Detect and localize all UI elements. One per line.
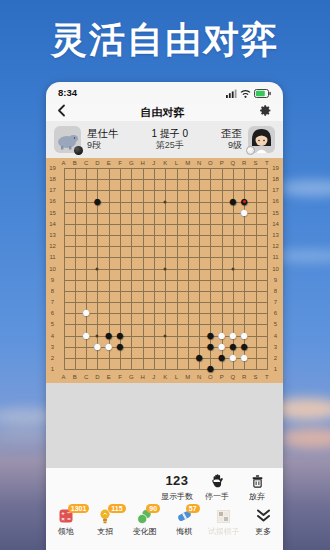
stone-white-R15: ● bbox=[239, 207, 250, 218]
coord-label: 9 bbox=[47, 274, 58, 285]
controls-row-2: +−×= 1301 领地 115 支招 90 变化图 bbox=[46, 506, 283, 550]
stone-black-O3: ● bbox=[205, 341, 216, 352]
hint-button[interactable]: 115 支招 bbox=[86, 508, 126, 537]
gear-icon[interactable] bbox=[259, 103, 272, 121]
black-player-avatar[interactable] bbox=[54, 126, 81, 153]
page-title: 自由对弈 bbox=[141, 105, 185, 120]
white-player-rank: 9级 bbox=[228, 140, 242, 151]
undo-badge: 57 bbox=[186, 504, 200, 513]
stone-black-D16: ● bbox=[92, 196, 103, 207]
territory-button[interactable]: +−×= 1301 领地 bbox=[46, 508, 86, 537]
stone-black-O1: ● bbox=[205, 363, 216, 374]
coord-label: 10 bbox=[47, 263, 58, 274]
back-button[interactable] bbox=[57, 103, 66, 121]
players-bar: 星仕牛 9段 1 提子 0 第25手 歪歪 9级 bbox=[46, 121, 283, 158]
coord-label: 13 bbox=[47, 229, 58, 240]
white-player-avatar[interactable] bbox=[248, 126, 275, 153]
black-player-rank: 9段 bbox=[87, 140, 119, 151]
trial-stones-button: 试摆棋子 bbox=[204, 508, 244, 537]
hint-badge: 115 bbox=[108, 504, 125, 513]
show-move-numbers-button[interactable]: 123 显示手数 bbox=[157, 473, 197, 502]
stone-white-C6: ● bbox=[80, 307, 91, 318]
pass-button[interactable]: 停一手 bbox=[197, 473, 237, 502]
coord-label: 1 bbox=[47, 363, 58, 374]
coord-label: 7 bbox=[47, 296, 58, 307]
more-button[interactable]: 更多 bbox=[244, 508, 284, 537]
coord-label: 4 bbox=[47, 330, 58, 341]
last-move-marker bbox=[243, 200, 246, 203]
stone-white-P3: ● bbox=[216, 341, 227, 352]
variation-badge: 90 bbox=[146, 504, 160, 513]
resign-button[interactable]: 放弃 bbox=[237, 473, 277, 502]
coord-label: 8 bbox=[47, 285, 58, 296]
coord-label: 18 bbox=[47, 174, 58, 185]
black-player-name: 星仕牛 bbox=[87, 127, 119, 140]
stone-white-D3: ● bbox=[92, 341, 103, 352]
coord-label: 3 bbox=[47, 341, 58, 352]
controls-panel: 123 显示手数 停一手 放弃 +−×= 1301 bbox=[46, 468, 283, 550]
svg-text:=: = bbox=[67, 516, 71, 522]
hand-icon bbox=[211, 473, 224, 489]
header: 自由对弈 bbox=[46, 103, 283, 121]
white-player-name: 歪歪 bbox=[221, 127, 242, 140]
signal-icon bbox=[226, 84, 237, 102]
wifi-icon bbox=[240, 84, 251, 102]
coord-label: 12 bbox=[47, 241, 58, 252]
coord-label: 14 bbox=[47, 218, 58, 229]
coord-label: 5 bbox=[47, 319, 58, 330]
coord-label: 6 bbox=[47, 308, 58, 319]
captures-info: 1 提子 0 bbox=[119, 127, 222, 140]
go-board[interactable]: ABCDEFGHJKLMNOPQRST ABCDEFGHJKLMNOPQRST … bbox=[46, 158, 283, 383]
stone-white-Q2: ● bbox=[227, 352, 238, 363]
stone-black-N2: ● bbox=[193, 352, 204, 363]
controls-row-1: 123 显示手数 停一手 放弃 bbox=[46, 468, 283, 506]
white-stone-badge bbox=[246, 146, 255, 155]
checkerboard-icon bbox=[217, 510, 230, 523]
move-numbers-icon: 123 bbox=[165, 473, 188, 488]
variation-diagram-button[interactable]: 90 变化图 bbox=[125, 508, 165, 537]
coord-label: 16 bbox=[47, 196, 58, 207]
chevrons-down-icon bbox=[256, 508, 271, 524]
coord-label: 2 bbox=[47, 352, 58, 363]
board-spacer bbox=[46, 383, 283, 468]
stone-white-R4: ● bbox=[239, 330, 250, 341]
hero-title: 灵活自由对弈 bbox=[0, 16, 330, 65]
black-stone-badge bbox=[74, 146, 83, 155]
coord-label: 17 bbox=[47, 185, 58, 196]
svg-text:×: × bbox=[61, 516, 65, 522]
undo-button[interactable]: 57 悔棋 bbox=[165, 508, 205, 537]
stone-white-C4: ● bbox=[80, 330, 91, 341]
stone-white-Q4: ● bbox=[227, 330, 238, 341]
stone-white-R2: ● bbox=[239, 352, 250, 363]
coord-label: 11 bbox=[47, 252, 58, 263]
phone-mockup: 8:34 自由对弈 bbox=[46, 82, 283, 550]
go-board-grid[interactable]: ●●●●●●●●●●●●●●●●●●●●●●●● bbox=[58, 162, 273, 374]
coord-label: 19 bbox=[47, 162, 58, 173]
stone-black-Q16: ● bbox=[227, 196, 238, 207]
status-time: 8:34 bbox=[58, 87, 77, 98]
coord-label: 15 bbox=[47, 207, 58, 218]
trash-icon bbox=[251, 473, 264, 489]
status-bar: 8:34 bbox=[46, 82, 283, 103]
board-coordinates-left: 19181716151413121110987654321 bbox=[47, 162, 58, 374]
move-number: 第25手 bbox=[119, 140, 222, 152]
stone-black-F3: ● bbox=[114, 341, 125, 352]
stone-white-E3: ● bbox=[103, 341, 114, 352]
battery-icon bbox=[254, 84, 271, 102]
territory-badge: 1301 bbox=[68, 504, 90, 513]
